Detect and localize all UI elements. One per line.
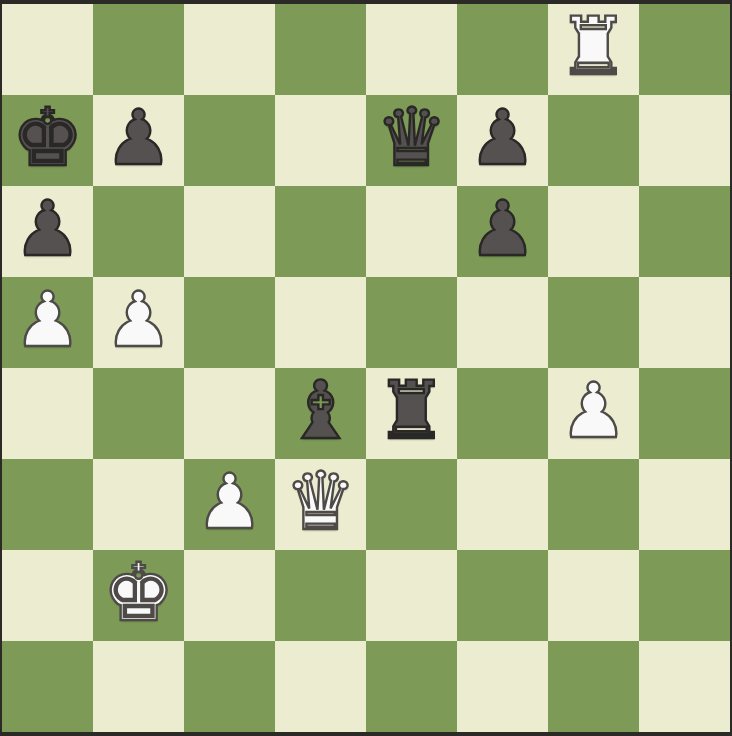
square-h1[interactable] [639, 641, 730, 732]
piece-white-rook-g8[interactable]: ♜ [558, 1, 630, 92]
square-a1[interactable] [2, 641, 93, 732]
piece-black-rook-e4[interactable]: ♜ [376, 365, 448, 456]
square-f4[interactable] [457, 368, 548, 459]
piece-black-bishop-d4[interactable]: ♝ [285, 365, 357, 456]
square-a5[interactable]: ♟ [2, 277, 93, 368]
square-a7[interactable]: ♚ [2, 95, 93, 186]
square-c6[interactable] [184, 186, 275, 277]
square-b1[interactable] [93, 641, 184, 732]
square-d3[interactable]: ♛ [275, 459, 366, 550]
square-h6[interactable] [639, 186, 730, 277]
square-h8[interactable] [639, 4, 730, 95]
square-h3[interactable] [639, 459, 730, 550]
piece-black-king-a7[interactable]: ♚ [12, 92, 84, 183]
square-d2[interactable] [275, 550, 366, 641]
square-c2[interactable] [184, 550, 275, 641]
piece-black-queen-e7[interactable]: ♛ [376, 92, 448, 183]
square-d6[interactable] [275, 186, 366, 277]
square-e1[interactable] [366, 641, 457, 732]
square-f3[interactable] [457, 459, 548, 550]
square-g4[interactable]: ♟ [548, 368, 639, 459]
square-f2[interactable] [457, 550, 548, 641]
square-g5[interactable] [548, 277, 639, 368]
square-d4[interactable]: ♝ [275, 368, 366, 459]
square-e7[interactable]: ♛ [366, 95, 457, 186]
square-b7[interactable]: ♟ [93, 95, 184, 186]
square-g6[interactable] [548, 186, 639, 277]
piece-white-queen-d3[interactable]: ♛ [285, 456, 357, 547]
square-f7[interactable]: ♟ [457, 95, 548, 186]
square-e8[interactable] [366, 4, 457, 95]
piece-white-pawn-g4[interactable]: ♟ [559, 365, 627, 456]
square-c5[interactable] [184, 277, 275, 368]
square-b5[interactable]: ♟ [93, 277, 184, 368]
square-d5[interactable] [275, 277, 366, 368]
square-e3[interactable] [366, 459, 457, 550]
square-d1[interactable] [275, 641, 366, 732]
piece-white-pawn-b5[interactable]: ♟ [104, 274, 172, 365]
square-f6[interactable]: ♟ [457, 186, 548, 277]
square-e5[interactable] [366, 277, 457, 368]
square-b6[interactable] [93, 186, 184, 277]
square-a4[interactable] [2, 368, 93, 459]
piece-black-pawn-f7[interactable]: ♟ [468, 92, 536, 183]
square-b4[interactable] [93, 368, 184, 459]
square-g8[interactable]: ♜ [548, 4, 639, 95]
square-c8[interactable] [184, 4, 275, 95]
square-c4[interactable] [184, 368, 275, 459]
square-c3[interactable]: ♟ [184, 459, 275, 550]
square-h4[interactable] [639, 368, 730, 459]
square-d8[interactable] [275, 4, 366, 95]
square-a2[interactable] [2, 550, 93, 641]
square-g2[interactable] [548, 550, 639, 641]
square-d7[interactable] [275, 95, 366, 186]
piece-white-king-b2[interactable]: ♚ [103, 547, 175, 638]
square-f8[interactable] [457, 4, 548, 95]
square-a6[interactable]: ♟ [2, 186, 93, 277]
square-b2[interactable]: ♚ [93, 550, 184, 641]
square-f1[interactable] [457, 641, 548, 732]
square-g3[interactable] [548, 459, 639, 550]
piece-black-pawn-b7[interactable]: ♟ [104, 92, 172, 183]
square-c7[interactable] [184, 95, 275, 186]
piece-white-pawn-c3[interactable]: ♟ [195, 456, 263, 547]
piece-white-pawn-a5[interactable]: ♟ [13, 274, 81, 365]
square-b3[interactable] [93, 459, 184, 550]
square-b8[interactable] [93, 4, 184, 95]
square-e2[interactable] [366, 550, 457, 641]
square-h2[interactable] [639, 550, 730, 641]
chess-board: ♜♚♟♛♟♟♟♟♟♝♜♟♟♛♚ [2, 4, 730, 732]
piece-black-pawn-a6[interactable]: ♟ [13, 183, 81, 274]
square-e4[interactable]: ♜ [366, 368, 457, 459]
square-g7[interactable] [548, 95, 639, 186]
square-f5[interactable] [457, 277, 548, 368]
square-a3[interactable] [2, 459, 93, 550]
square-g1[interactable] [548, 641, 639, 732]
square-a8[interactable] [2, 4, 93, 95]
square-e6[interactable] [366, 186, 457, 277]
square-h5[interactable] [639, 277, 730, 368]
square-c1[interactable] [184, 641, 275, 732]
board-frame: ♜♚♟♛♟♟♟♟♟♝♜♟♟♛♚ [0, 0, 732, 736]
square-h7[interactable] [639, 95, 730, 186]
piece-black-pawn-f6[interactable]: ♟ [468, 183, 536, 274]
